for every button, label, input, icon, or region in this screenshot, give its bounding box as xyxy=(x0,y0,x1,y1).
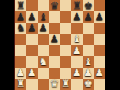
square-f8: ♜ xyxy=(71,0,82,11)
black-rook: ♜ xyxy=(16,0,25,10)
square-d3 xyxy=(49,56,60,67)
black-pawn: ♟ xyxy=(16,11,25,21)
white-bishop: ♝ xyxy=(84,56,93,66)
square-h2: ♟ xyxy=(94,68,105,79)
white-pawn: ♟ xyxy=(72,45,81,55)
black-pawn: ♟ xyxy=(72,11,81,21)
square-f2: ♟ xyxy=(71,68,82,79)
square-c7: ♝ xyxy=(38,11,49,22)
square-f7: ♟ xyxy=(71,11,82,22)
square-b3 xyxy=(26,56,37,67)
square-a7: ♟ xyxy=(15,11,26,22)
square-a2: ♟ xyxy=(15,68,26,79)
square-f5: ♝ xyxy=(71,34,82,45)
black-pawn: ♟ xyxy=(50,34,59,44)
black-bishop: ♝ xyxy=(39,11,48,21)
white-pawn: ♟ xyxy=(72,68,81,78)
square-a1: ♜ xyxy=(15,79,26,90)
white-pawn: ♟ xyxy=(16,68,25,78)
square-c2 xyxy=(38,68,49,79)
white-pawn: ♟ xyxy=(95,68,104,78)
square-h4 xyxy=(94,45,105,56)
square-e6 xyxy=(60,23,71,34)
square-a5 xyxy=(15,34,26,45)
black-knight: ♞ xyxy=(16,23,25,33)
black-king: ♚ xyxy=(84,0,93,10)
square-e8 xyxy=(60,0,71,11)
square-a3 xyxy=(15,56,26,67)
square-g7: ♟ xyxy=(83,11,94,22)
square-f4: ♟ xyxy=(71,45,82,56)
square-b4 xyxy=(26,45,37,56)
square-g4 xyxy=(83,45,94,56)
square-b7: ♟ xyxy=(26,11,37,22)
square-c1 xyxy=(38,79,49,90)
black-pawn: ♟ xyxy=(27,23,36,33)
white-rook: ♜ xyxy=(16,79,25,89)
square-c3: ♞ xyxy=(38,56,49,67)
black-queen: ♛ xyxy=(50,0,59,10)
square-h1 xyxy=(94,79,105,90)
square-c4 xyxy=(38,45,49,56)
black-rook: ♜ xyxy=(72,0,81,10)
black-pawn: ♟ xyxy=(95,11,104,21)
white-rook: ♜ xyxy=(61,79,70,89)
square-b5 xyxy=(26,34,37,45)
square-a4 xyxy=(15,45,26,56)
square-e2 xyxy=(60,68,71,79)
white-bishop: ♝ xyxy=(72,34,81,44)
square-h3 xyxy=(94,56,105,67)
black-pawn: ♟ xyxy=(39,23,48,33)
square-d6 xyxy=(49,23,60,34)
square-f1 xyxy=(71,79,82,90)
thumbnail-frame: ♜♛♜♚♟♟♝♟♟♟♞♟♟♟♝♟♞♝♟♟♟♟♟♜♛♜♚ xyxy=(0,0,120,90)
white-pawn: ♟ xyxy=(84,68,93,78)
square-g6 xyxy=(83,23,94,34)
square-b8 xyxy=(26,0,37,11)
left-letterbox-bar xyxy=(0,0,15,90)
square-e4 xyxy=(60,45,71,56)
square-h5 xyxy=(94,34,105,45)
square-f6 xyxy=(71,23,82,34)
right-letterbox-bar xyxy=(105,0,120,90)
square-g8: ♚ xyxy=(83,0,94,11)
white-king: ♚ xyxy=(84,79,93,89)
square-a6: ♞ xyxy=(15,23,26,34)
square-h8 xyxy=(94,0,105,11)
square-h7: ♟ xyxy=(94,11,105,22)
square-d8: ♛ xyxy=(49,0,60,11)
square-f3 xyxy=(71,56,82,67)
square-e7 xyxy=(60,11,71,22)
white-queen: ♛ xyxy=(50,79,59,89)
square-b6: ♟ xyxy=(26,23,37,34)
black-pawn: ♟ xyxy=(84,11,93,21)
square-e5 xyxy=(60,34,71,45)
square-a8: ♜ xyxy=(15,0,26,11)
square-e1: ♜ xyxy=(60,79,71,90)
square-b1 xyxy=(26,79,37,90)
square-d2 xyxy=(49,68,60,79)
square-h6 xyxy=(94,23,105,34)
square-c8 xyxy=(38,0,49,11)
square-c5 xyxy=(38,34,49,45)
square-g3: ♝ xyxy=(83,56,94,67)
square-d5: ♟ xyxy=(49,34,60,45)
square-c6: ♟ xyxy=(38,23,49,34)
white-pawn: ♟ xyxy=(27,68,36,78)
square-e3 xyxy=(60,56,71,67)
square-d4 xyxy=(49,45,60,56)
square-b2: ♟ xyxy=(26,68,37,79)
square-d1: ♛ xyxy=(49,79,60,90)
chess-board: ♜♛♜♚♟♟♝♟♟♟♞♟♟♟♝♟♞♝♟♟♟♟♟♜♛♜♚ xyxy=(15,0,105,90)
white-knight: ♞ xyxy=(39,56,48,66)
black-pawn: ♟ xyxy=(27,11,36,21)
square-g5 xyxy=(83,34,94,45)
square-g2: ♟ xyxy=(83,68,94,79)
square-d7 xyxy=(49,11,60,22)
square-g1: ♚ xyxy=(83,79,94,90)
